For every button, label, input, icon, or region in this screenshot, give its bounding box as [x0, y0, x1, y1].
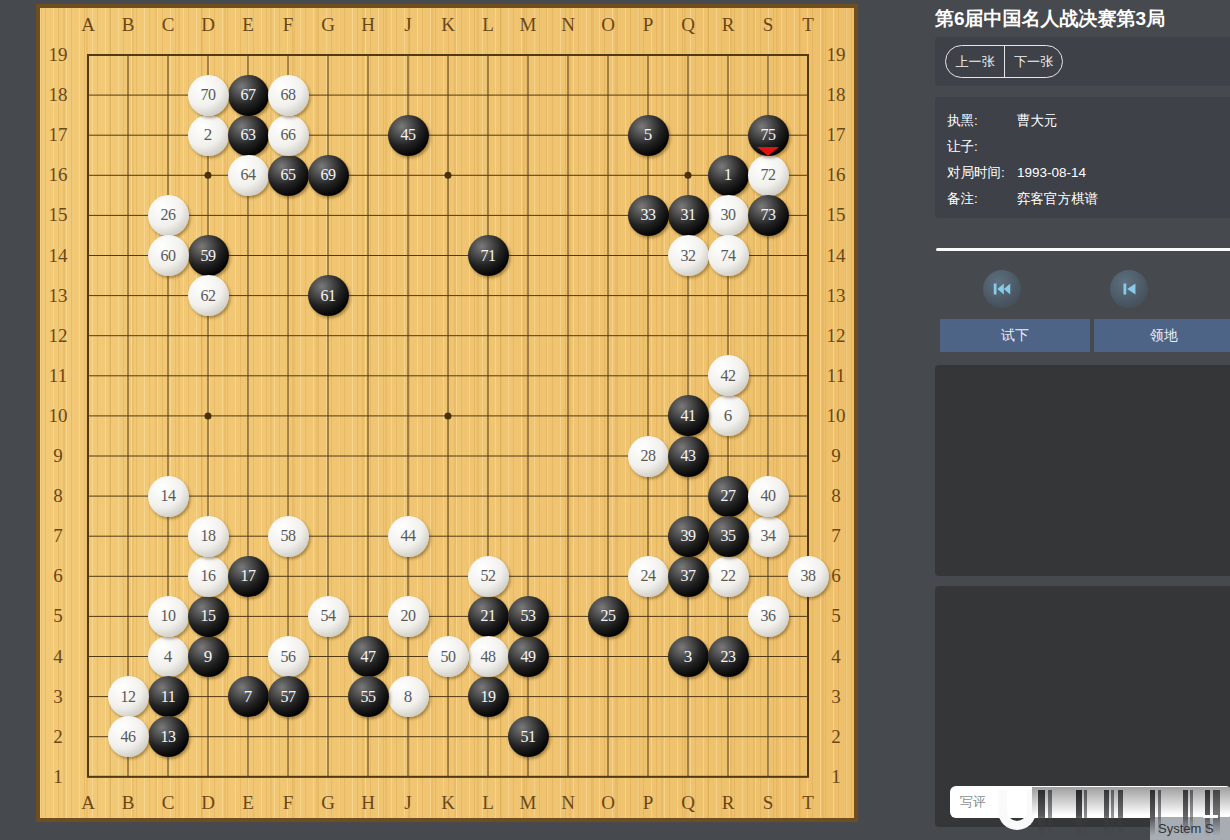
coord-label-row: 11	[823, 366, 849, 386]
game-info-panel: 执黑:曹大元让子:对局时间:1993-08-14备注:弈客官方棋谱	[935, 97, 1230, 218]
coord-label-col: L	[475, 15, 501, 35]
coord-label-row: 1	[823, 767, 849, 787]
coord-label-col: J	[395, 15, 421, 35]
black-stone-L5: 21	[468, 596, 509, 637]
coord-label-col: H	[355, 15, 381, 35]
white-stone-R14: 74	[708, 235, 749, 276]
info-label: 执黑:	[947, 108, 1017, 134]
black-stone-R4: 23	[708, 636, 749, 677]
coord-label-row: 5	[823, 606, 849, 626]
coord-label-col: C	[155, 15, 181, 35]
info-row: 对局时间:1993-08-14	[935, 160, 1230, 186]
step-back-icon	[1118, 278, 1140, 300]
info-value	[1017, 134, 1230, 160]
coord-label-row: 11	[45, 366, 71, 386]
coord-label-col: J	[395, 793, 421, 813]
coord-label-row: 17	[823, 125, 849, 145]
coord-label-row: 13	[45, 286, 71, 306]
coord-label-col: C	[155, 793, 181, 813]
coord-label-col: E	[235, 15, 261, 35]
coord-label-row: 6	[45, 566, 71, 586]
black-stone-H4: 47	[348, 636, 389, 677]
black-stone-M2: 51	[508, 716, 549, 757]
coord-label-row: 2	[823, 727, 849, 747]
coord-label-col: F	[275, 793, 301, 813]
black-stone-Q9: 43	[668, 436, 709, 477]
coord-label-col: M	[515, 15, 541, 35]
white-stone-J5: 20	[388, 596, 429, 637]
coord-label-col: R	[715, 15, 741, 35]
black-stone-F3: 57	[268, 676, 309, 717]
coord-label-row: 14	[823, 246, 849, 266]
step-back-button[interactable]	[1110, 270, 1148, 308]
black-stone-Q15: 31	[668, 195, 709, 236]
info-row: 备注:弈客官方棋谱	[935, 186, 1230, 212]
white-stone-C14: 60	[148, 235, 189, 276]
coord-label-row: 5	[45, 606, 71, 626]
white-stone-S7: 34	[748, 516, 789, 557]
white-stone-B3: 12	[108, 676, 149, 717]
comment-placeholder: 写评	[960, 794, 986, 809]
coord-label-row: 14	[45, 246, 71, 266]
coord-label-col: T	[795, 15, 821, 35]
info-row: 执黑:曹大元	[935, 108, 1230, 134]
coord-label-col: M	[515, 793, 541, 813]
info-label: 让子:	[947, 134, 1017, 160]
coord-label-col: N	[555, 15, 581, 35]
coord-label-row: 8	[823, 486, 849, 506]
black-stone-L3: 19	[468, 676, 509, 717]
variation-panel	[935, 365, 1230, 576]
black-stone-D5: 15	[188, 596, 229, 637]
black-stone-M4: 49	[508, 636, 549, 677]
coord-label-row: 3	[823, 687, 849, 707]
info-row: 让子:	[935, 134, 1230, 160]
white-stone-J7: 44	[388, 516, 429, 557]
coord-label-row: 16	[823, 165, 849, 185]
white-stone-K4: 50	[428, 636, 469, 677]
black-stone-E3: 7	[228, 676, 269, 717]
white-stone-R11: 42	[708, 355, 749, 396]
coord-label-row: 17	[45, 125, 71, 145]
coord-label-row: 19	[45, 45, 71, 65]
coord-label-row: 10	[45, 406, 71, 426]
white-stone-D6: 16	[188, 556, 229, 597]
white-stone-P6: 24	[628, 556, 669, 597]
black-stone-L14: 71	[468, 235, 509, 276]
system-overlay-dash	[1203, 815, 1218, 818]
black-stone-M5: 53	[508, 596, 549, 637]
try-move-button[interactable]: 试下	[940, 319, 1090, 352]
coord-label-row: 1	[45, 767, 71, 787]
black-stone-D14: 59	[188, 235, 229, 276]
info-value: 曹大元	[1017, 108, 1230, 134]
black-stone-D4: 9	[188, 636, 229, 677]
black-stone-E18: 67	[228, 75, 269, 116]
coord-label-col: N	[555, 793, 581, 813]
coord-label-row: 2	[45, 727, 71, 747]
info-label: 对局时间:	[947, 160, 1017, 186]
black-stone-F16: 65	[268, 155, 309, 196]
black-stone-P17: 5	[628, 115, 669, 156]
coord-label-row: 9	[45, 446, 71, 466]
white-stone-S16: 72	[748, 155, 789, 196]
black-stone-H3: 55	[348, 676, 389, 717]
coord-label-col: G	[315, 15, 341, 35]
info-label: 备注:	[947, 186, 1017, 212]
info-value: 1993-08-14	[1017, 160, 1230, 186]
white-stone-S8: 40	[748, 476, 789, 517]
coord-label-col: R	[715, 793, 741, 813]
white-stone-J3: 8	[388, 676, 429, 717]
white-stone-L4: 48	[468, 636, 509, 677]
coord-label-col: G	[315, 793, 341, 813]
coord-label-col: D	[195, 15, 221, 35]
next-game-button[interactable]: 下一张	[1004, 46, 1062, 77]
white-stone-R6: 22	[708, 556, 749, 597]
skip-to-start-icon	[991, 278, 1013, 300]
coord-label-row: 8	[45, 486, 71, 506]
coord-label-row: 4	[45, 647, 71, 667]
coord-label-col: A	[75, 793, 101, 813]
coord-label-row: 18	[45, 85, 71, 105]
white-stone-B2: 46	[108, 716, 149, 757]
coord-label-col: H	[355, 793, 381, 813]
coord-label-col: L	[475, 793, 501, 813]
territory-button[interactable]: 领地	[1094, 319, 1230, 352]
black-stone-E6: 17	[228, 556, 269, 597]
white-stone-D7: 18	[188, 516, 229, 557]
section-divider	[936, 248, 1230, 251]
coord-label-row: 7	[823, 526, 849, 546]
last-move-marker	[757, 147, 779, 156]
coord-label-col: B	[115, 15, 141, 35]
coord-label-col: O	[595, 15, 621, 35]
go-board[interactable]: AABBCCDDEEFFGGHHJJKKLLMMNNOOPPQQRRSSTT19…	[36, 4, 858, 822]
coord-label-col: T	[795, 793, 821, 813]
coord-label-col: Q	[675, 793, 701, 813]
coord-label-col: P	[635, 793, 661, 813]
white-stone-F4: 56	[268, 636, 309, 677]
coord-label-col: Q	[675, 15, 701, 35]
white-stone-E16: 64	[228, 155, 269, 196]
coord-label-row: 19	[823, 45, 849, 65]
white-stone-D13: 62	[188, 275, 229, 316]
white-stone-T6: 38	[788, 556, 829, 597]
black-stone-R16: 1	[708, 155, 749, 196]
black-stone-S15: 73	[748, 195, 789, 236]
coord-label-row: 12	[45, 326, 71, 346]
black-stone-C2: 13	[148, 716, 189, 757]
coord-label-row: 9	[823, 446, 849, 466]
white-stone-L6: 52	[468, 556, 509, 597]
coord-label-row: 4	[823, 647, 849, 667]
black-stone-J17: 45	[388, 115, 429, 156]
black-stone-S17: 75	[748, 115, 789, 156]
black-stone-G16: 69	[308, 155, 349, 196]
black-stone-R8: 27	[708, 476, 749, 517]
coord-label-row: 13	[823, 286, 849, 306]
coord-label-row: 16	[45, 165, 71, 185]
black-stone-P15: 33	[628, 195, 669, 236]
coord-label-col: E	[235, 793, 261, 813]
white-stone-C4: 4	[148, 636, 189, 677]
coord-label-row: 12	[823, 326, 849, 346]
black-stone-Q6: 37	[668, 556, 709, 597]
coord-label-row: 10	[823, 406, 849, 426]
black-stone-Q4: 3	[668, 636, 709, 677]
coord-label-row: 15	[45, 205, 71, 225]
coord-label-col: O	[595, 793, 621, 813]
black-stone-E17: 63	[228, 115, 269, 156]
black-stone-Q10: 41	[668, 395, 709, 436]
black-stone-R7: 35	[708, 516, 749, 557]
black-stone-O5: 25	[588, 596, 629, 637]
coord-label-col: P	[635, 15, 661, 35]
coord-label-col: S	[755, 793, 781, 813]
black-stone-C3: 11	[148, 676, 189, 717]
coord-label-col: A	[75, 15, 101, 35]
white-stone-R10: 6	[708, 395, 749, 436]
white-stone-F18: 68	[268, 75, 309, 116]
prev-game-button[interactable]: 上一张	[946, 46, 1004, 77]
pager: 上一张 下一张	[945, 45, 1063, 78]
coord-label-col: B	[115, 793, 141, 813]
white-stone-F17: 66	[268, 115, 309, 156]
system-overlay-label: System S	[1158, 821, 1214, 836]
coord-label-col: F	[275, 15, 301, 35]
info-value: 弈客官方棋谱	[1017, 186, 1230, 212]
skip-to-start-button[interactable]	[983, 270, 1021, 308]
coord-label-row: 15	[823, 205, 849, 225]
coord-label-col: K	[435, 15, 461, 35]
coord-label-row: 18	[823, 85, 849, 105]
white-stone-P9: 28	[628, 436, 669, 477]
white-stone-C8: 14	[148, 476, 189, 517]
white-stone-F7: 58	[268, 516, 309, 557]
white-stone-R15: 30	[708, 195, 749, 236]
comment-input[interactable]: 写评	[950, 786, 1230, 818]
black-stone-Q7: 39	[668, 516, 709, 557]
white-stone-S5: 36	[748, 596, 789, 637]
coord-label-col: D	[195, 793, 221, 813]
pager-panel: 上一张 下一张	[935, 37, 1230, 86]
coord-label-row: 7	[45, 526, 71, 546]
coord-label-col: S	[755, 15, 781, 35]
black-stone-G13: 61	[308, 275, 349, 316]
white-stone-D17: 2	[188, 115, 229, 156]
white-stone-G5: 54	[308, 596, 349, 637]
white-stone-Q14: 32	[668, 235, 709, 276]
white-stone-D18: 70	[188, 75, 229, 116]
system-overlay: System S	[1150, 817, 1230, 840]
white-stone-C15: 26	[148, 195, 189, 236]
coord-label-row: 3	[45, 687, 71, 707]
white-stone-C5: 10	[148, 596, 189, 637]
page-title: 第6届中国名人战决赛第3局	[935, 6, 1230, 32]
coord-label-col: K	[435, 793, 461, 813]
